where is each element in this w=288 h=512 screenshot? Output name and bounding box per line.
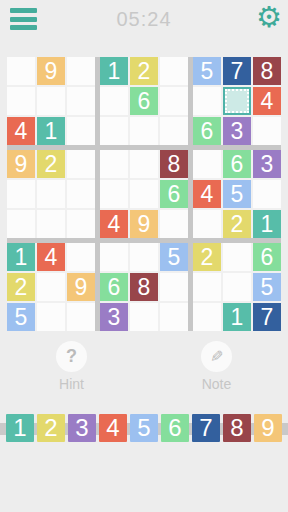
cell-r5c5[interactable] — [130, 180, 158, 208]
cell-r2c8[interactable] — [223, 87, 251, 115]
palette-tile-3[interactable]: 3 — [68, 414, 96, 442]
pencil-icon: ✎ — [201, 341, 232, 372]
cell-r4c7[interactable] — [193, 150, 221, 178]
cell-r8c5[interactable]: 8 — [130, 273, 158, 301]
cell-r8c6[interactable] — [160, 273, 188, 301]
cell-r3c5[interactable] — [130, 117, 158, 145]
cell-r6c5[interactable]: 9 — [130, 210, 158, 238]
cell-r5c3[interactable] — [67, 180, 95, 208]
cell-r7c9[interactable]: 6 — [253, 243, 281, 271]
palette-tile-4[interactable]: 4 — [99, 414, 127, 442]
sudoku-app: 05:24 ⚙ 91257864416392863645492114526296… — [0, 0, 288, 512]
cell-r6c4[interactable]: 4 — [100, 210, 128, 238]
cell-r7c4[interactable] — [100, 243, 128, 271]
cell-r6c7[interactable] — [193, 210, 221, 238]
cell-r4c6[interactable]: 8 — [160, 150, 188, 178]
sudoku-board: 91257864416392863645492114526296855317 — [7, 57, 281, 331]
cell-r7c3[interactable] — [67, 243, 95, 271]
cell-r4c3[interactable] — [67, 150, 95, 178]
cell-r3c6[interactable] — [160, 117, 188, 145]
cell-r1c1[interactable] — [7, 57, 35, 85]
cell-r5c9[interactable] — [253, 180, 281, 208]
cell-r9c1[interactable]: 5 — [7, 303, 35, 331]
palette-tile-6[interactable]: 6 — [161, 414, 189, 442]
question-mark-glyph: ? — [66, 346, 77, 367]
cell-r6c8[interactable]: 2 — [223, 210, 251, 238]
cell-r1c8[interactable]: 7 — [223, 57, 251, 85]
cell-r8c3[interactable]: 9 — [67, 273, 95, 301]
cell-r1c5[interactable]: 2 — [130, 57, 158, 85]
cell-r6c3[interactable] — [67, 210, 95, 238]
cell-r7c1[interactable]: 1 — [7, 243, 35, 271]
cell-r8c9[interactable]: 5 — [253, 273, 281, 301]
cell-r2c6[interactable] — [160, 87, 188, 115]
palette-tile-7[interactable]: 7 — [192, 414, 220, 442]
cell-r3c2[interactable]: 1 — [37, 117, 65, 145]
cell-r8c8[interactable] — [223, 273, 251, 301]
cell-r5c8[interactable]: 5 — [223, 180, 251, 208]
cell-r2c2[interactable] — [37, 87, 65, 115]
cell-r3c8[interactable]: 3 — [223, 117, 251, 145]
action-buttons: ? Hint ✎ Note — [0, 341, 288, 392]
cell-r2c9[interactable]: 4 — [253, 87, 281, 115]
cell-r8c4[interactable]: 6 — [100, 273, 128, 301]
cell-r7c2[interactable]: 4 — [37, 243, 65, 271]
hint-button[interactable]: ? Hint — [56, 341, 87, 392]
cell-r4c4[interactable] — [100, 150, 128, 178]
cell-r5c2[interactable] — [37, 180, 65, 208]
cell-r2c7[interactable] — [193, 87, 221, 115]
cell-r1c7[interactable]: 5 — [193, 57, 221, 85]
cell-r8c2[interactable] — [37, 273, 65, 301]
cell-r7c5[interactable] — [130, 243, 158, 271]
pencil-glyph: ✎ — [210, 347, 223, 366]
palette-tile-9[interactable]: 9 — [254, 414, 282, 442]
cell-r5c6[interactable]: 6 — [160, 180, 188, 208]
note-label: Note — [201, 376, 232, 392]
cell-r6c2[interactable] — [37, 210, 65, 238]
cell-r1c4[interactable]: 1 — [100, 57, 128, 85]
top-bar: 05:24 ⚙ — [0, 0, 288, 38]
cell-r1c2[interactable]: 9 — [37, 57, 65, 85]
palette-tiles: 123456789 — [6, 414, 282, 442]
question-mark-icon: ? — [56, 341, 87, 372]
cell-r2c1[interactable] — [7, 87, 35, 115]
cell-r7c7[interactable]: 2 — [193, 243, 221, 271]
cell-r6c1[interactable] — [7, 210, 35, 238]
palette-tile-1[interactable]: 1 — [6, 414, 34, 442]
cell-r3c3[interactable] — [67, 117, 95, 145]
note-button[interactable]: ✎ Note — [201, 341, 232, 392]
gear-icon[interactable]: ⚙ — [256, 0, 282, 34]
cell-r7c6[interactable]: 5 — [160, 243, 188, 271]
palette-tile-8[interactable]: 8 — [223, 414, 251, 442]
cell-r2c5[interactable]: 6 — [130, 87, 158, 115]
cell-r3c9[interactable] — [253, 117, 281, 145]
cell-r2c4[interactable] — [100, 87, 128, 115]
timer: 05:24 — [0, 8, 288, 31]
cell-r7c8[interactable] — [223, 243, 251, 271]
cell-r5c1[interactable] — [7, 180, 35, 208]
palette-tile-5[interactable]: 5 — [130, 414, 158, 442]
cell-r4c2[interactable]: 2 — [37, 150, 65, 178]
cell-r3c7[interactable]: 6 — [193, 117, 221, 145]
cell-r4c9[interactable]: 3 — [253, 150, 281, 178]
cell-r1c9[interactable]: 8 — [253, 57, 281, 85]
cell-r9c7[interactable] — [193, 303, 221, 331]
cell-r6c6[interactable] — [160, 210, 188, 238]
cell-r4c5[interactable] — [130, 150, 158, 178]
cell-r9c5[interactable] — [130, 303, 158, 331]
cell-r9c3[interactable] — [67, 303, 95, 331]
number-palette: 123456789 — [0, 414, 288, 444]
cell-r9c2[interactable] — [37, 303, 65, 331]
hint-label: Hint — [56, 376, 87, 392]
cell-r9c9[interactable]: 7 — [253, 303, 281, 331]
cell-r2c3[interactable] — [67, 87, 95, 115]
cell-r4c1[interactable]: 9 — [7, 150, 35, 178]
cell-r1c6[interactable] — [160, 57, 188, 85]
cell-r3c1[interactable]: 4 — [7, 117, 35, 145]
cell-r5c7[interactable]: 4 — [193, 180, 221, 208]
cell-r8c1[interactable]: 2 — [7, 273, 35, 301]
palette-tile-2[interactable]: 2 — [37, 414, 65, 442]
cell-r4c8[interactable]: 6 — [223, 150, 251, 178]
cell-r9c6[interactable] — [160, 303, 188, 331]
cell-r3c4[interactable] — [100, 117, 128, 145]
cell-r9c8[interactable]: 1 — [223, 303, 251, 331]
cell-r6c9[interactable]: 1 — [253, 210, 281, 238]
cell-r8c7[interactable] — [193, 273, 221, 301]
cell-r9c4[interactable]: 3 — [100, 303, 128, 331]
cell-r1c3[interactable] — [67, 57, 95, 85]
cell-r5c4[interactable] — [100, 180, 128, 208]
